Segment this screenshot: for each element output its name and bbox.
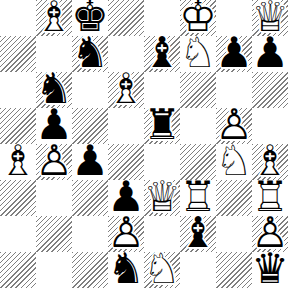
square-b6[interactable]: ♞ xyxy=(36,72,72,108)
piece-outline-layer: ♙ xyxy=(252,216,288,251)
square-a5[interactable] xyxy=(0,108,36,144)
square-a1[interactable] xyxy=(0,252,36,288)
piece-fill-layer: ♜ xyxy=(144,108,180,143)
piece-fill-layer: ♞ xyxy=(72,36,108,71)
white-bishop-b8[interactable]: ♝♗ xyxy=(36,0,72,36)
black-bishop-f2[interactable]: ♝ xyxy=(180,216,216,252)
square-f8[interactable]: ♚♔ xyxy=(180,0,216,36)
black-king-c8[interactable]: ♚ xyxy=(72,0,108,36)
square-d5[interactable] xyxy=(108,108,144,144)
white-bishop-a4[interactable]: ♝♗ xyxy=(0,144,36,180)
square-e7[interactable]: ♝ xyxy=(144,36,180,72)
square-c1[interactable] xyxy=(72,252,108,288)
piece-fill-layer: ♟ xyxy=(36,108,72,143)
square-c6[interactable] xyxy=(72,72,108,108)
square-f5[interactable] xyxy=(180,108,216,144)
square-g4[interactable]: ♞♘ xyxy=(216,144,252,180)
piece-outline-layer: ♘ xyxy=(180,36,216,71)
piece-fill-layer: ♝ xyxy=(180,216,216,251)
square-e3[interactable]: ♛♕ xyxy=(144,180,180,216)
piece-outline-layer: ♘ xyxy=(216,144,252,179)
square-d7[interactable] xyxy=(108,36,144,72)
square-e2[interactable] xyxy=(144,216,180,252)
square-d1[interactable]: ♞ xyxy=(108,252,144,288)
black-pawn-d3[interactable]: ♟ xyxy=(108,180,144,216)
square-e6[interactable] xyxy=(144,72,180,108)
black-queen-h1[interactable]: ♛ xyxy=(252,252,288,288)
white-king-f8[interactable]: ♚♔ xyxy=(180,0,216,36)
piece-fill-layer: ♟ xyxy=(216,36,252,71)
piece-fill-layer: ♟ xyxy=(72,144,108,179)
square-h5[interactable] xyxy=(252,108,288,144)
square-g7[interactable]: ♟ xyxy=(216,36,252,72)
white-bishop-d6[interactable]: ♝♗ xyxy=(108,72,144,108)
piece-outline-layer: ♔ xyxy=(180,0,216,35)
square-e5[interactable]: ♜ xyxy=(144,108,180,144)
white-knight-f7[interactable]: ♞♘ xyxy=(180,36,216,72)
square-b5[interactable]: ♟ xyxy=(36,108,72,144)
piece-outline-layer: ♕ xyxy=(144,180,180,215)
square-b3[interactable] xyxy=(36,180,72,216)
piece-outline-layer: ♖ xyxy=(180,180,216,215)
square-f7[interactable]: ♞♘ xyxy=(180,36,216,72)
square-a7[interactable] xyxy=(0,36,36,72)
square-c3[interactable] xyxy=(72,180,108,216)
square-e8[interactable] xyxy=(144,0,180,36)
white-bishop-h4[interactable]: ♝♗ xyxy=(252,144,288,180)
white-queen-h8[interactable]: ♛♕ xyxy=(252,0,288,36)
square-b2[interactable] xyxy=(36,216,72,252)
square-c7[interactable]: ♞ xyxy=(72,36,108,72)
square-g5[interactable]: ♟♙ xyxy=(216,108,252,144)
square-f2[interactable]: ♝ xyxy=(180,216,216,252)
square-c5[interactable] xyxy=(72,108,108,144)
white-pawn-d2[interactable]: ♟♙ xyxy=(108,216,144,252)
square-a6[interactable] xyxy=(0,72,36,108)
square-c4[interactable]: ♟ xyxy=(72,144,108,180)
black-pawn-b5[interactable]: ♟ xyxy=(36,108,72,144)
white-knight-g4[interactable]: ♞♘ xyxy=(216,144,252,180)
square-e4[interactable] xyxy=(144,144,180,180)
black-knight-b6[interactable]: ♞ xyxy=(36,72,72,108)
piece-fill-layer: ♞ xyxy=(36,72,72,107)
piece-outline-layer: ♖ xyxy=(252,180,288,215)
square-d2[interactable]: ♟♙ xyxy=(108,216,144,252)
piece-outline-layer: ♗ xyxy=(252,144,288,179)
piece-outline-layer: ♗ xyxy=(0,144,36,179)
square-g6[interactable] xyxy=(216,72,252,108)
piece-fill-layer: ♞ xyxy=(108,252,144,287)
piece-outline-layer: ♗ xyxy=(108,72,144,107)
square-a8[interactable] xyxy=(0,0,36,36)
square-g1[interactable] xyxy=(216,252,252,288)
square-h2[interactable]: ♟♙ xyxy=(252,216,288,252)
black-pawn-g7[interactable]: ♟ xyxy=(216,36,252,72)
square-a3[interactable] xyxy=(0,180,36,216)
square-h1[interactable]: ♛ xyxy=(252,252,288,288)
square-b1[interactable] xyxy=(36,252,72,288)
square-d4[interactable] xyxy=(108,144,144,180)
square-g8[interactable] xyxy=(216,0,252,36)
white-pawn-b4[interactable]: ♟♙ xyxy=(36,144,72,180)
square-b7[interactable] xyxy=(36,36,72,72)
square-g3[interactable] xyxy=(216,180,252,216)
piece-outline-layer: ♙ xyxy=(108,216,144,251)
white-rook-h3[interactable]: ♜♖ xyxy=(252,180,288,216)
square-d3[interactable]: ♟ xyxy=(108,180,144,216)
black-knight-c7[interactable]: ♞ xyxy=(72,36,108,72)
square-b8[interactable]: ♝♗ xyxy=(36,0,72,36)
black-rook-e5[interactable]: ♜ xyxy=(144,108,180,144)
square-c8[interactable]: ♚ xyxy=(72,0,108,36)
piece-outline-layer: ♕ xyxy=(252,0,288,35)
white-rook-f3[interactable]: ♜♖ xyxy=(180,180,216,216)
square-d6[interactable]: ♝♗ xyxy=(108,72,144,108)
piece-outline-layer: ♙ xyxy=(216,108,252,143)
piece-fill-layer: ♟ xyxy=(252,36,288,71)
square-h4[interactable]: ♝♗ xyxy=(252,144,288,180)
square-f1[interactable] xyxy=(180,252,216,288)
square-c2[interactable] xyxy=(72,216,108,252)
square-h6[interactable] xyxy=(252,72,288,108)
black-pawn-c4[interactable]: ♟ xyxy=(72,144,108,180)
square-a4[interactable]: ♝♗ xyxy=(0,144,36,180)
piece-fill-layer: ♚ xyxy=(72,0,108,35)
square-h3[interactable]: ♜♖ xyxy=(252,180,288,216)
square-e1[interactable]: ♞♘ xyxy=(144,252,180,288)
square-f3[interactable]: ♜♖ xyxy=(180,180,216,216)
piece-outline-layer: ♘ xyxy=(144,252,180,287)
piece-outline-layer: ♙ xyxy=(36,144,72,179)
black-bishop-e7[interactable]: ♝ xyxy=(144,36,180,72)
white-pawn-g5[interactable]: ♟♙ xyxy=(216,108,252,144)
piece-fill-layer: ♛ xyxy=(252,252,288,287)
piece-outline-layer: ♗ xyxy=(36,0,72,35)
square-f6[interactable] xyxy=(180,72,216,108)
square-b4[interactable]: ♟♙ xyxy=(36,144,72,180)
black-pawn-h7[interactable]: ♟ xyxy=(252,36,288,72)
white-knight-e1[interactable]: ♞♘ xyxy=(144,252,180,288)
square-g2[interactable] xyxy=(216,216,252,252)
square-h7[interactable]: ♟ xyxy=(252,36,288,72)
square-h8[interactable]: ♛♕ xyxy=(252,0,288,36)
square-d8[interactable] xyxy=(108,0,144,36)
white-pawn-h2[interactable]: ♟♙ xyxy=(252,216,288,252)
black-knight-d1[interactable]: ♞ xyxy=(108,252,144,288)
white-queen-e3[interactable]: ♛♕ xyxy=(144,180,180,216)
piece-fill-layer: ♟ xyxy=(108,180,144,215)
chess-board: ♝♗♚♚♔♛♕♞♝♞♘♟♟♞♝♗♟♜♟♙♝♗♟♙♟♞♘♝♗♟♛♕♜♖♜♖♟♙♝♟… xyxy=(0,0,288,288)
square-f4[interactable] xyxy=(180,144,216,180)
piece-fill-layer: ♝ xyxy=(144,36,180,71)
square-a2[interactable] xyxy=(0,216,36,252)
